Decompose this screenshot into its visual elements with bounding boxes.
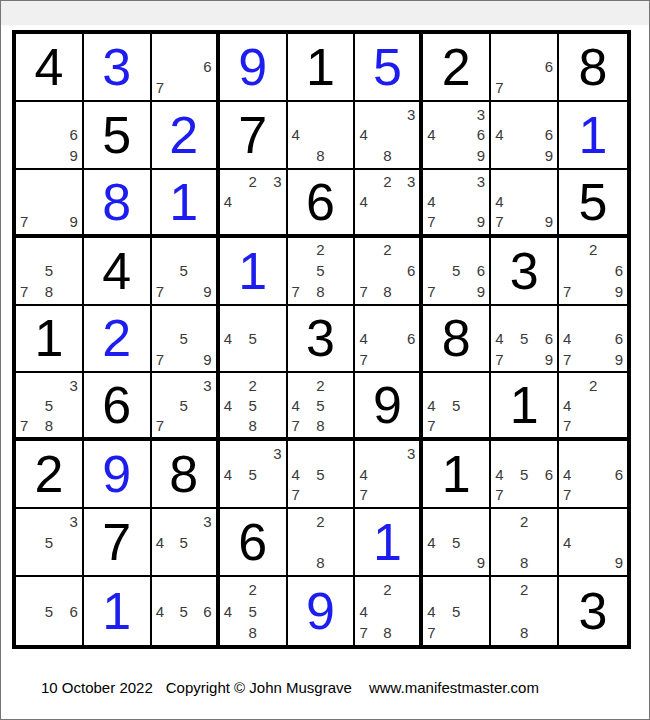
candidate-7: 7 — [426, 281, 446, 302]
cell-r6c8[interactable]: 1 — [491, 373, 559, 441]
candidate-5: 5 — [311, 464, 331, 485]
cell-value: 6 — [238, 516, 267, 568]
pencil-marks: 2578 — [291, 240, 351, 302]
cell-r4c4[interactable]: 1 — [220, 238, 288, 306]
candidate-5: 5 — [311, 395, 331, 415]
cell-r4c6[interactable]: 2678 — [355, 238, 423, 306]
pencil-marks: 234 — [223, 172, 283, 232]
cell-r2c3[interactable]: 2 — [152, 102, 220, 170]
pencil-marks: 49 — [562, 511, 624, 573]
candidate-2: 2 — [583, 375, 604, 395]
candidate-5: 5 — [174, 260, 193, 281]
candidate-6: 6 — [603, 328, 624, 349]
cell-r5c4[interactable]: 45 — [220, 306, 288, 374]
candidate-2: 2 — [311, 375, 331, 395]
candidate-4: 4 — [358, 328, 377, 349]
cell-r5c5[interactable]: 3 — [288, 306, 356, 374]
candidate-5: 5 — [446, 600, 466, 621]
cell-r7c9[interactable]: 467 — [559, 441, 627, 509]
cell-r4c8[interactable]: 3 — [491, 238, 559, 306]
cell-r2c5[interactable]: 48 — [288, 102, 356, 170]
candidate-6: 6 — [466, 260, 486, 281]
candidate-6: 6 — [193, 57, 212, 78]
candidate-9: 9 — [603, 281, 624, 302]
cell-value: 1 — [579, 109, 608, 161]
cell-r6c7[interactable]: 457 — [423, 373, 491, 441]
pencil-marks: 2478 — [358, 579, 416, 643]
cell-r5c6[interactable]: 467 — [355, 306, 423, 374]
pencil-marks: 5679 — [426, 240, 486, 302]
pencil-marks: 579 — [155, 240, 213, 302]
pencil-marks: 4679 — [562, 308, 624, 370]
pencil-marks: 45 — [223, 308, 283, 370]
candidate-8: 8 — [378, 622, 397, 643]
candidate-9: 9 — [466, 145, 486, 166]
cell-r7c8[interactable]: 4567 — [491, 441, 559, 509]
cell-r4c7[interactable]: 5679 — [423, 238, 491, 306]
cell-r6c6[interactable]: 9 — [355, 373, 423, 441]
candidate-7: 7 — [155, 415, 174, 435]
cell-value: 2 — [169, 109, 198, 161]
candidate-9: 9 — [193, 281, 212, 302]
cell-r4c2[interactable]: 4 — [84, 238, 152, 306]
candidate-7: 7 — [155, 77, 174, 98]
sudoku-board: 4367915267869527483483469469179812346234… — [12, 30, 631, 649]
cell-r7c3[interactable]: 8 — [152, 441, 220, 509]
candidate-2: 2 — [243, 375, 263, 395]
pencil-marks: 357 — [155, 375, 213, 435]
candidate-7: 7 — [291, 415, 311, 435]
candidate-3: 3 — [193, 511, 212, 532]
candidate-4: 4 — [223, 464, 243, 485]
candidate-4: 4 — [358, 192, 377, 212]
candidate-8: 8 — [311, 552, 331, 573]
cell-r2c1[interactable]: 69 — [16, 102, 84, 170]
header-bar — [1, 1, 649, 26]
cell-value: 8 — [102, 176, 131, 228]
pencil-marks: 24578 — [291, 375, 351, 435]
pencil-marks: 3469 — [426, 104, 486, 166]
cell-r6c3[interactable]: 357 — [152, 373, 220, 441]
candidate-4: 4 — [223, 600, 243, 621]
candidate-8: 8 — [311, 415, 331, 435]
cell-r3c4[interactable]: 234 — [220, 170, 288, 238]
pencil-marks: 2678 — [358, 240, 416, 302]
cell-r2c8[interactable]: 469 — [491, 102, 559, 170]
candidate-9: 9 — [534, 349, 554, 370]
candidate-4: 4 — [223, 192, 243, 212]
cell-r8c1[interactable]: 35 — [16, 509, 84, 577]
cell-value: 1 — [510, 379, 539, 431]
cell-value: 3 — [510, 245, 539, 297]
cell-r3c3[interactable]: 1 — [152, 170, 220, 238]
candidate-6: 6 — [397, 260, 416, 281]
cell-r1c2[interactable]: 3 — [84, 34, 152, 102]
cell-r5c8[interactable]: 45679 — [491, 306, 559, 374]
candidate-4: 4 — [155, 532, 174, 553]
cell-value: 4 — [102, 245, 131, 297]
candidate-6: 6 — [603, 260, 624, 281]
cell-value: 1 — [373, 516, 402, 568]
cell-r2c9[interactable]: 1 — [559, 102, 627, 170]
candidate-4: 4 — [562, 328, 583, 349]
candidate-4: 4 — [291, 125, 311, 146]
candidate-7: 7 — [19, 212, 39, 232]
cell-r5c3[interactable]: 579 — [152, 306, 220, 374]
cell-r5c9[interactable]: 4679 — [559, 306, 627, 374]
cell-value: 1 — [34, 312, 63, 364]
pencil-marks: 467 — [562, 443, 624, 505]
candidate-8: 8 — [514, 622, 534, 643]
cell-r4c9[interactable]: 2679 — [559, 238, 627, 306]
pencil-marks: 345 — [155, 511, 213, 573]
cell-r6c1[interactable]: 3578 — [16, 373, 84, 441]
candidate-3: 3 — [263, 443, 283, 464]
candidate-9: 9 — [534, 212, 554, 232]
cell-value: 9 — [373, 379, 402, 431]
candidate-9: 9 — [534, 145, 554, 166]
candidate-4: 4 — [562, 532, 583, 553]
cell-value: 8 — [579, 41, 608, 93]
cell-value: 6 — [306, 176, 335, 228]
cell-r3c1[interactable]: 79 — [16, 170, 84, 238]
candidate-9: 9 — [59, 212, 79, 232]
cell-value: 2 — [442, 41, 471, 93]
cell-r2c4[interactable]: 7 — [220, 102, 288, 170]
candidate-5: 5 — [311, 260, 331, 281]
candidate-5: 5 — [446, 260, 466, 281]
pencil-marks: 35 — [19, 511, 79, 573]
candidate-6: 6 — [534, 57, 554, 78]
cell-value: 9 — [238, 41, 267, 93]
pencil-marks: 579 — [155, 308, 213, 370]
cell-r9c1[interactable]: 56 — [16, 577, 84, 645]
candidate-3: 3 — [59, 375, 79, 395]
candidate-7: 7 — [358, 281, 377, 302]
cell-r9c4[interactable]: 2458 — [220, 577, 288, 645]
cell-value: 9 — [306, 585, 335, 637]
candidate-3: 3 — [397, 443, 416, 464]
cell-r1c3[interactable]: 67 — [152, 34, 220, 102]
candidate-5: 5 — [243, 600, 263, 621]
cell-value: 5 — [373, 41, 402, 93]
candidate-7: 7 — [358, 485, 377, 506]
pencil-marks: 67 — [155, 36, 213, 98]
candidate-8: 8 — [378, 145, 397, 166]
pencil-marks: 28 — [291, 511, 351, 573]
cell-value: 1 — [442, 448, 471, 500]
candidate-4: 4 — [494, 328, 514, 349]
candidate-8: 8 — [39, 281, 59, 302]
cell-value: 2 — [102, 312, 131, 364]
cell-value: 8 — [442, 312, 471, 364]
cell-r5c7[interactable]: 8 — [423, 306, 491, 374]
cell-r8c7[interactable]: 459 — [423, 509, 491, 577]
candidate-7: 7 — [426, 622, 446, 643]
candidate-4: 4 — [358, 464, 377, 485]
cell-r1c4[interactable]: 9 — [220, 34, 288, 102]
candidate-7: 7 — [562, 415, 583, 435]
pencil-marks: 348 — [358, 104, 416, 166]
candidate-5: 5 — [446, 532, 466, 553]
candidate-6: 6 — [193, 600, 212, 621]
cell-r9c9[interactable]: 3 — [559, 577, 627, 645]
cell-value: 3 — [579, 585, 608, 637]
cell-r9c6[interactable]: 2478 — [355, 577, 423, 645]
cell-value: 6 — [102, 379, 131, 431]
candidate-4: 4 — [494, 192, 514, 212]
candidate-4: 4 — [562, 464, 583, 485]
cell-value: 1 — [238, 245, 267, 297]
cell-r3c8[interactable]: 479 — [491, 170, 559, 238]
cell-r9c2[interactable]: 1 — [84, 577, 152, 645]
cell-r7c2[interactable]: 9 — [84, 441, 152, 509]
cell-r2c6[interactable]: 348 — [355, 102, 423, 170]
candidate-7: 7 — [358, 349, 377, 370]
candidate-7: 7 — [494, 485, 514, 506]
candidate-2: 2 — [378, 172, 397, 192]
cell-value: 5 — [579, 176, 608, 228]
candidate-2: 2 — [378, 240, 397, 261]
candidate-8: 8 — [39, 415, 59, 435]
pencil-marks: 45679 — [494, 308, 554, 370]
cell-r1c6[interactable]: 5 — [355, 34, 423, 102]
cell-r8c5[interactable]: 28 — [288, 509, 356, 577]
page: 4367915267869527483483469469179812346234… — [0, 0, 650, 720]
pencil-marks: 56 — [19, 579, 79, 643]
cell-value: 7 — [238, 109, 267, 161]
pencil-marks: 457 — [426, 375, 486, 435]
cell-r9c5[interactable]: 9 — [288, 577, 356, 645]
candidate-9: 9 — [59, 145, 79, 166]
candidate-8: 8 — [378, 281, 397, 302]
cell-r8c6[interactable]: 1 — [355, 509, 423, 577]
pencil-marks: 469 — [494, 104, 554, 166]
cell-r6c9[interactable]: 247 — [559, 373, 627, 441]
candidate-5: 5 — [174, 532, 193, 553]
cell-value: 1 — [102, 585, 131, 637]
cell-value: 1 — [169, 176, 198, 228]
candidate-3: 3 — [263, 172, 283, 192]
cell-r9c8[interactable]: 28 — [491, 577, 559, 645]
candidate-4: 4 — [358, 125, 377, 146]
candidate-5: 5 — [39, 260, 59, 281]
candidate-4: 4 — [426, 395, 446, 415]
cell-r1c9[interactable]: 8 — [559, 34, 627, 102]
cell-r3c7[interactable]: 3479 — [423, 170, 491, 238]
candidate-4: 4 — [291, 395, 311, 415]
candidate-9: 9 — [466, 212, 486, 232]
pencil-marks: 69 — [19, 104, 79, 166]
candidate-3: 3 — [466, 104, 486, 125]
pencil-marks: 345 — [223, 443, 283, 505]
candidate-4: 4 — [291, 464, 311, 485]
candidate-2: 2 — [311, 511, 331, 532]
pencil-marks: 578 — [19, 240, 79, 302]
pencil-marks: 3578 — [19, 375, 79, 435]
candidate-3: 3 — [193, 375, 212, 395]
pencil-marks: 467 — [358, 308, 416, 370]
pencil-marks: 28 — [494, 579, 554, 643]
candidate-7: 7 — [562, 485, 583, 506]
candidate-5: 5 — [39, 395, 59, 415]
candidate-3: 3 — [397, 104, 416, 125]
cell-r7c1[interactable]: 2 — [16, 441, 84, 509]
candidate-9: 9 — [193, 349, 212, 370]
pencil-marks: 456 — [155, 579, 213, 643]
candidate-3: 3 — [466, 172, 486, 192]
footer: 10 October 2022 Copyright © John Musgrav… — [41, 679, 539, 696]
candidate-5: 5 — [174, 600, 193, 621]
candidate-4: 4 — [562, 395, 583, 415]
cell-r3c5[interactable]: 6 — [288, 170, 356, 238]
cell-r7c7[interactable]: 1 — [423, 441, 491, 509]
candidate-9: 9 — [466, 552, 486, 573]
candidate-8: 8 — [311, 281, 331, 302]
pencil-marks: 4567 — [494, 443, 554, 505]
candidate-4: 4 — [494, 125, 514, 146]
candidate-4: 4 — [426, 532, 446, 553]
cell-r6c5[interactable]: 24578 — [288, 373, 356, 441]
cell-r6c2[interactable]: 6 — [84, 373, 152, 441]
candidate-7: 7 — [426, 212, 446, 232]
cell-r2c7[interactable]: 3469 — [423, 102, 491, 170]
candidate-2: 2 — [514, 511, 534, 532]
cell-r7c5[interactable]: 457 — [288, 441, 356, 509]
candidate-8: 8 — [243, 415, 263, 435]
cell-r8c3[interactable]: 345 — [152, 509, 220, 577]
cell-r5c1[interactable]: 1 — [16, 306, 84, 374]
candidate-4: 4 — [223, 395, 243, 415]
pencil-marks: 234 — [358, 172, 416, 232]
candidate-6: 6 — [534, 125, 554, 146]
pencil-marks: 347 — [358, 443, 416, 505]
cell-value: 4 — [34, 41, 63, 93]
candidate-2: 2 — [378, 579, 397, 600]
candidate-4: 4 — [494, 464, 514, 485]
cell-r8c4[interactable]: 6 — [220, 509, 288, 577]
candidate-4: 4 — [223, 328, 243, 349]
cell-r2c2[interactable]: 5 — [84, 102, 152, 170]
candidate-6: 6 — [397, 328, 416, 349]
candidate-2: 2 — [583, 240, 604, 261]
pencil-marks: 48 — [291, 104, 351, 166]
cell-r9c3[interactable]: 456 — [152, 577, 220, 645]
cell-r6c4[interactable]: 2458 — [220, 373, 288, 441]
pencil-marks: 479 — [494, 172, 554, 232]
cell-r1c1[interactable]: 4 — [16, 34, 84, 102]
candidate-5: 5 — [243, 328, 263, 349]
candidate-2: 2 — [514, 579, 534, 600]
pencil-marks: 2679 — [562, 240, 624, 302]
cell-r4c1[interactable]: 578 — [16, 238, 84, 306]
cell-r1c5[interactable]: 1 — [288, 34, 356, 102]
cell-r3c9[interactable]: 5 — [559, 170, 627, 238]
candidate-4: 4 — [426, 192, 446, 212]
candidate-6: 6 — [466, 125, 486, 146]
candidate-7: 7 — [426, 415, 446, 435]
candidate-4: 4 — [426, 600, 446, 621]
pencil-marks: 457 — [426, 579, 486, 643]
cell-r4c3[interactable]: 579 — [152, 238, 220, 306]
candidate-2: 2 — [243, 579, 263, 600]
candidate-5: 5 — [174, 328, 193, 349]
footer-date: 10 October 2022 — [41, 679, 153, 696]
candidate-5: 5 — [243, 395, 263, 415]
candidate-4: 4 — [426, 125, 446, 146]
cell-r7c6[interactable]: 347 — [355, 441, 423, 509]
candidate-6: 6 — [59, 600, 79, 621]
candidate-7: 7 — [562, 281, 583, 302]
pencil-marks: 67 — [494, 36, 554, 98]
candidate-5: 5 — [39, 600, 59, 621]
footer-copyright: Copyright © John Musgrave — [166, 679, 352, 696]
candidate-8: 8 — [243, 622, 263, 643]
candidate-2: 2 — [243, 172, 263, 192]
cell-value: 3 — [306, 312, 335, 364]
cell-value: 8 — [169, 448, 198, 500]
candidate-4: 4 — [155, 600, 174, 621]
cell-r1c7[interactable]: 2 — [423, 34, 491, 102]
candidate-7: 7 — [19, 281, 39, 302]
cell-r8c8[interactable]: 28 — [491, 509, 559, 577]
candidate-7: 7 — [494, 349, 514, 370]
cell-r3c2[interactable]: 8 — [84, 170, 152, 238]
candidate-5: 5 — [514, 464, 534, 485]
cell-r8c9[interactable]: 49 — [559, 509, 627, 577]
pencil-marks: 247 — [562, 375, 624, 435]
candidate-9: 9 — [466, 281, 486, 302]
pencil-marks: 79 — [19, 172, 79, 232]
cell-value: 1 — [306, 41, 335, 93]
candidate-5: 5 — [514, 328, 534, 349]
cell-r7c4[interactable]: 345 — [220, 441, 288, 509]
pencil-marks: 28 — [494, 511, 554, 573]
candidate-3: 3 — [397, 172, 416, 192]
cell-r1c8[interactable]: 67 — [491, 34, 559, 102]
candidate-8: 8 — [311, 145, 331, 166]
cell-r8c2[interactable]: 7 — [84, 509, 152, 577]
pencil-marks: 2458 — [223, 579, 283, 643]
cell-value: 3 — [102, 41, 131, 93]
cell-value: 5 — [102, 109, 131, 161]
candidate-6: 6 — [603, 464, 624, 485]
footer-website: www.manifestmaster.com — [369, 679, 539, 696]
candidate-5: 5 — [174, 395, 193, 415]
cell-r4c5[interactable]: 2578 — [288, 238, 356, 306]
candidate-7: 7 — [291, 485, 311, 506]
candidate-6: 6 — [534, 464, 554, 485]
candidate-7: 7 — [19, 415, 39, 435]
cell-r3c6[interactable]: 234 — [355, 170, 423, 238]
cell-r5c2[interactable]: 2 — [84, 306, 152, 374]
candidate-7: 7 — [155, 349, 174, 370]
candidate-9: 9 — [603, 349, 624, 370]
candidate-3: 3 — [59, 511, 79, 532]
candidate-9: 9 — [603, 552, 624, 573]
candidate-7: 7 — [494, 212, 514, 232]
candidate-7: 7 — [562, 349, 583, 370]
cell-r9c7[interactable]: 457 — [423, 577, 491, 645]
candidate-7: 7 — [291, 281, 311, 302]
candidate-5: 5 — [39, 532, 59, 553]
cell-value: 2 — [34, 448, 63, 500]
candidate-6: 6 — [59, 125, 79, 146]
candidate-7: 7 — [494, 77, 514, 98]
pencil-marks: 2458 — [223, 375, 283, 435]
candidate-4: 4 — [358, 600, 377, 621]
candidate-5: 5 — [243, 464, 263, 485]
